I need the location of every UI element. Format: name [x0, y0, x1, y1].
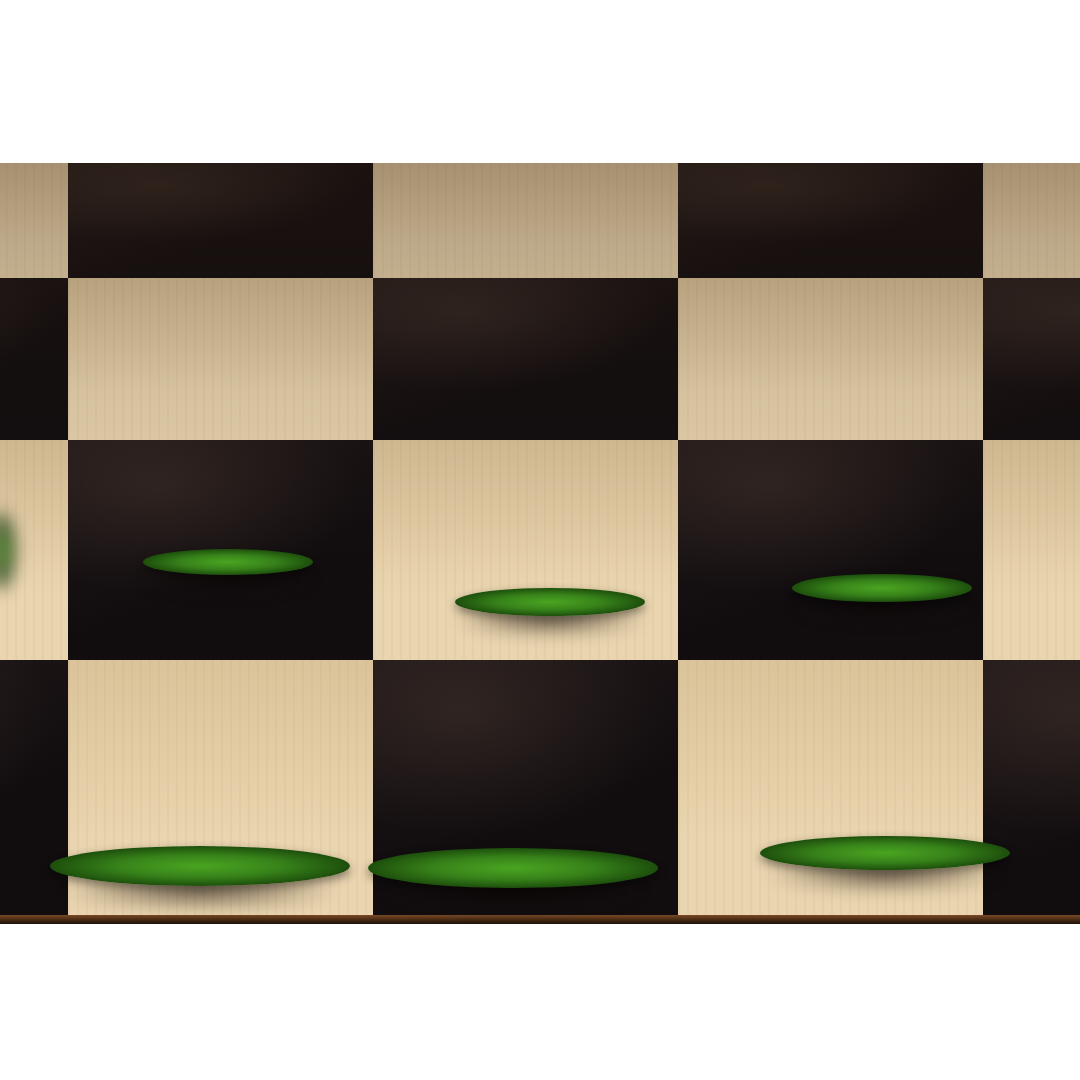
- white-background-top: [0, 0, 1080, 163]
- square-d4: [373, 660, 678, 915]
- square-e6: [678, 278, 983, 440]
- square-b6: [0, 278, 68, 440]
- square-e5: [678, 440, 983, 660]
- square-c4: [68, 660, 373, 915]
- square-f5: [983, 440, 1080, 660]
- square-c6: [68, 278, 373, 440]
- square-f4: [983, 660, 1080, 915]
- board-grid: [0, 163, 1080, 915]
- square-e7: [678, 163, 983, 278]
- square-d5: [373, 440, 678, 660]
- square-c5: [68, 440, 373, 660]
- square-b7: [0, 163, 68, 278]
- chessboard: [0, 163, 1080, 915]
- board-front-edge: [0, 915, 1080, 924]
- square-f7: [983, 163, 1080, 278]
- square-f6: [983, 278, 1080, 440]
- chess-set-photo: ♛♚♝♟♟♟: [0, 0, 1080, 1080]
- white-background-bottom: [0, 924, 1080, 1080]
- square-d7: [373, 163, 678, 278]
- square-d6: [373, 278, 678, 440]
- square-b4: [0, 660, 68, 915]
- square-e4: [678, 660, 983, 915]
- square-c7: [68, 163, 373, 278]
